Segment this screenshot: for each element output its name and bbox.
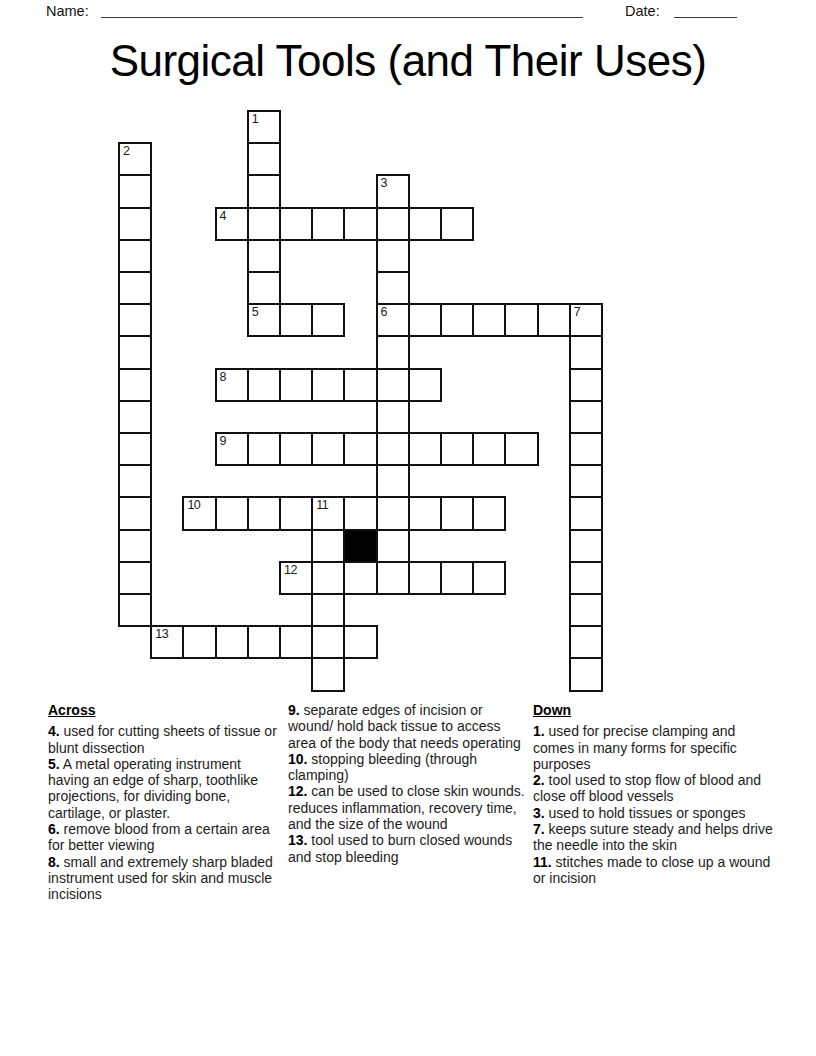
crossword-grid: 12345678910111213 (118, 110, 604, 692)
answer-cell-r8c14[interactable] (569, 368, 603, 402)
cell-number-11: 11 (316, 499, 328, 512)
answer-cell-r3c5[interactable] (279, 207, 313, 241)
answer-cell-r2c8[interactable]: 3 (376, 174, 410, 208)
answer-cell-r14c11[interactable] (472, 561, 506, 595)
answer-cell-r12c14[interactable] (569, 496, 603, 530)
cell-number-12: 12 (284, 564, 297, 577)
answer-cell-r3c10[interactable] (440, 207, 474, 241)
answer-cell-r8c3[interactable]: 8 (215, 368, 249, 402)
across-heading: Across (48, 702, 281, 718)
clue-down-7: 7. keeps suture steady and helps drive t… (533, 821, 773, 854)
answer-cell-r0c4[interactable]: 1 (247, 110, 281, 144)
answer-cell-r10c14[interactable] (569, 432, 603, 466)
answer-cell-r4c0[interactable] (118, 239, 152, 273)
answer-cell-r5c4[interactable] (247, 271, 281, 305)
clue-across-8: 8. small and extremely sharp bladed inst… (48, 854, 281, 903)
answer-cell-r12c6[interactable]: 11 (311, 496, 345, 530)
blocked-cell (343, 529, 377, 563)
answer-cell-r6c14[interactable]: 7 (569, 303, 603, 337)
clue-across-12: 12. can be used to close skin wounds. re… (288, 783, 531, 832)
answer-cell-r13c6[interactable] (311, 529, 345, 563)
answer-cell-r12c11[interactable] (472, 496, 506, 530)
clue-down-11: 11. stitches made to close up a wound or… (533, 854, 773, 887)
answer-cell-r14c0[interactable] (118, 561, 152, 595)
answer-cell-r6c12[interactable] (504, 303, 538, 337)
answer-cell-r10c6[interactable] (311, 432, 345, 466)
answer-cell-r10c3[interactable]: 9 (215, 432, 249, 466)
answer-cell-r6c6[interactable] (311, 303, 345, 337)
answer-cell-r15c14[interactable] (569, 593, 603, 627)
answer-cell-r14c7[interactable] (343, 561, 377, 595)
answer-cell-r8c8[interactable] (376, 368, 410, 402)
answer-cell-r8c7[interactable] (343, 368, 377, 402)
clue-number: 8. (48, 854, 60, 870)
clue-number: 12. (288, 783, 307, 799)
down-heading: Down (533, 702, 773, 718)
puzzle-title: Surgical Tools (and Their Uses) (0, 34, 816, 88)
clue-across-5: 5. A metal operating instrument having a… (48, 756, 281, 821)
answer-cell-r10c5[interactable] (279, 432, 313, 466)
cell-number-13: 13 (155, 628, 168, 641)
cell-number-8: 8 (220, 371, 226, 384)
answer-cell-r2c4[interactable] (247, 174, 281, 208)
answer-cell-r14c8[interactable] (376, 561, 410, 595)
clue-across-6: 6. remove blood from a certain area for … (48, 821, 281, 854)
across-clues-column-2: 9. separate edges of incision or wound/ … (288, 702, 531, 865)
answer-cell-r3c6[interactable] (311, 207, 345, 241)
answer-cell-r13c8[interactable] (376, 529, 410, 563)
answer-cell-r5c8[interactable] (376, 271, 410, 305)
answer-cell-r12c5[interactable] (279, 496, 313, 530)
answer-cell-r3c7[interactable] (343, 207, 377, 241)
answer-cell-r11c14[interactable] (569, 464, 603, 498)
answer-cell-r6c13[interactable] (537, 303, 571, 337)
answer-cell-r3c4[interactable] (247, 207, 281, 241)
answer-cell-r8c4[interactable] (247, 368, 281, 402)
down-clues-column: Down 1. used for precise clamping and co… (533, 702, 773, 886)
answer-cell-r10c10[interactable] (440, 432, 474, 466)
answer-cell-r6c4[interactable]: 5 (247, 303, 281, 337)
answer-cell-r12c8[interactable] (376, 496, 410, 530)
answer-cell-r4c8[interactable] (376, 239, 410, 273)
answer-cell-r6c5[interactable] (279, 303, 313, 337)
answer-cell-r9c14[interactable] (569, 400, 603, 434)
answer-cell-r10c7[interactable] (343, 432, 377, 466)
answer-cell-r16c1[interactable]: 13 (150, 625, 184, 659)
answer-cell-r11c0[interactable] (118, 464, 152, 498)
answer-cell-r5c0[interactable] (118, 271, 152, 305)
answer-cell-r16c6[interactable] (311, 625, 345, 659)
clue-down-2: 2. tool used to stop flow of blood and c… (533, 772, 773, 805)
cell-number-3: 3 (381, 177, 387, 190)
answer-cell-r11c8[interactable] (376, 464, 410, 498)
answer-cell-r1c0[interactable]: 2 (118, 142, 152, 176)
clue-across-4: 4. used for cutting sheets of tissue or … (48, 723, 281, 756)
answer-cell-r8c0[interactable] (118, 368, 152, 402)
answer-cell-r17c6[interactable] (311, 657, 345, 691)
clue-across-9: 9. separate edges of incision or wound/ … (288, 702, 531, 751)
cell-number-9: 9 (220, 435, 226, 448)
answer-cell-r7c14[interactable] (569, 335, 603, 369)
answer-cell-r1c4[interactable] (247, 142, 281, 176)
answer-cell-r14c9[interactable] (408, 561, 442, 595)
answer-cell-r15c0[interactable] (118, 593, 152, 627)
clue-number: 4. (48, 723, 60, 739)
answer-cell-r12c9[interactable] (408, 496, 442, 530)
answer-cell-r3c0[interactable] (118, 207, 152, 241)
answer-cell-r17c14[interactable] (569, 657, 603, 691)
answer-cell-r6c0[interactable] (118, 303, 152, 337)
clue-number: 2. (533, 772, 545, 788)
answer-cell-r10c12[interactable] (504, 432, 538, 466)
cell-number-7: 7 (574, 306, 580, 319)
date-fill-line[interactable] (674, 17, 737, 18)
answer-cell-r6c11[interactable] (472, 303, 506, 337)
clue-number: 1. (533, 723, 545, 739)
answer-cell-r12c0[interactable] (118, 496, 152, 530)
answer-cell-r8c6[interactable] (311, 368, 345, 402)
cell-number-10: 10 (187, 499, 200, 512)
answer-cell-r10c4[interactable] (247, 432, 281, 466)
across-clues-column: Across 4. used for cutting sheets of tis… (48, 702, 281, 903)
answer-cell-r12c7[interactable] (343, 496, 377, 530)
cell-number-5: 5 (252, 306, 258, 319)
clue-number: 5. (48, 756, 60, 772)
answer-cell-r13c0[interactable] (118, 529, 152, 563)
clue-number: 9. (288, 702, 300, 718)
answer-cell-r14c10[interactable] (440, 561, 474, 595)
answer-cell-r9c8[interactable] (376, 400, 410, 434)
date-label: Date: (625, 3, 660, 19)
answer-cell-r7c0[interactable] (118, 335, 152, 369)
clue-down-1: 1. used for precise clamping and comes i… (533, 723, 773, 772)
answer-cell-r14c6[interactable] (311, 561, 345, 595)
answer-cell-r8c9[interactable] (408, 368, 442, 402)
answer-cell-r12c10[interactable] (440, 496, 474, 530)
answer-cell-r2c0[interactable] (118, 174, 152, 208)
answer-cell-r3c8[interactable] (376, 207, 410, 241)
answer-cell-r12c3[interactable] (215, 496, 249, 530)
answer-cell-r10c8[interactable] (376, 432, 410, 466)
answer-cell-r15c6[interactable] (311, 593, 345, 627)
clue-across-10: 10. stopping bleeding (through clamping) (288, 751, 531, 784)
name-fill-line[interactable] (101, 17, 583, 18)
clue-across-13: 13. tool used to burn closed wounds and … (288, 832, 531, 865)
cell-number-2: 2 (123, 145, 129, 158)
cell-number-6: 6 (381, 306, 387, 319)
answer-cell-r12c2[interactable]: 10 (182, 496, 216, 530)
answer-cell-r16c14[interactable] (569, 625, 603, 659)
answer-cell-r16c3[interactable] (215, 625, 249, 659)
answer-cell-r8c5[interactable] (279, 368, 313, 402)
name-label: Name: (46, 3, 89, 19)
clue-number: 7. (533, 821, 545, 837)
answer-cell-r7c8[interactable] (376, 335, 410, 369)
answer-cell-r10c9[interactable] (408, 432, 442, 466)
clue-number: 6. (48, 821, 60, 837)
answer-cell-r6c10[interactable] (440, 303, 474, 337)
clue-number: 11. (533, 854, 552, 870)
answer-cell-r14c5[interactable]: 12 (279, 561, 313, 595)
clue-number: 10. (288, 751, 307, 767)
answer-cell-r10c11[interactable] (472, 432, 506, 466)
answer-cell-r6c8[interactable]: 6 (376, 303, 410, 337)
answer-cell-r16c2[interactable] (182, 625, 216, 659)
clue-down-3: 3. used to hold tissues or sponges (533, 805, 773, 821)
answer-cell-r14c14[interactable] (569, 561, 603, 595)
answer-cell-r3c9[interactable] (408, 207, 442, 241)
answer-cell-r4c4[interactable] (247, 239, 281, 273)
answer-cell-r9c0[interactable] (118, 400, 152, 434)
answer-cell-r6c9[interactable] (408, 303, 442, 337)
answer-cell-r10c0[interactable] (118, 432, 152, 466)
answer-cell-r16c7[interactable] (343, 625, 377, 659)
answer-cell-r16c5[interactable] (279, 625, 313, 659)
answer-cell-r3c3[interactable]: 4 (215, 207, 249, 241)
answer-cell-r13c14[interactable] (569, 529, 603, 563)
clue-number: 13. (288, 832, 307, 848)
clue-number: 3. (533, 805, 545, 821)
answer-cell-r16c4[interactable] (247, 625, 281, 659)
cell-number-4: 4 (220, 210, 226, 223)
cell-number-1: 1 (252, 113, 258, 126)
answer-cell-r12c4[interactable] (247, 496, 281, 530)
